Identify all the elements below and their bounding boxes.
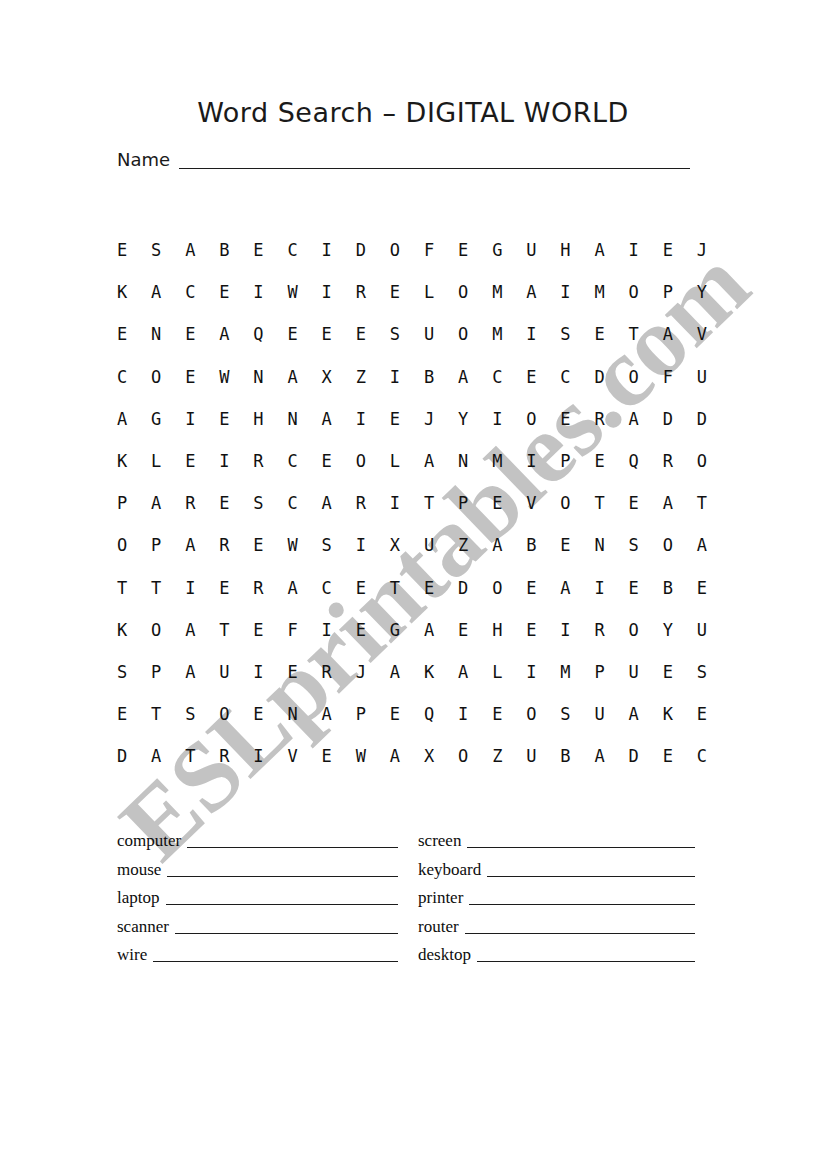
- grid-cell: E: [105, 313, 139, 355]
- grid-cell: O: [446, 735, 480, 777]
- grid-cell: K: [651, 693, 685, 735]
- grid-cell: U: [685, 356, 719, 398]
- grid-cell: T: [617, 313, 651, 355]
- grid-cell: D: [651, 398, 685, 440]
- grid-cell: I: [548, 271, 582, 313]
- name-blank-line: [179, 168, 690, 169]
- grid-cell: E: [378, 271, 412, 313]
- grid-cell: O: [105, 524, 139, 566]
- grid-cell: T: [583, 482, 617, 524]
- grid-cell: Y: [446, 398, 480, 440]
- grid-cell: P: [105, 482, 139, 524]
- grid-cell: E: [344, 313, 378, 355]
- grid-cell: O: [685, 440, 719, 482]
- grid-cell: P: [139, 651, 173, 693]
- grid-cell: I: [548, 609, 582, 651]
- grid-cell: A: [310, 693, 344, 735]
- grid-cell: B: [412, 356, 446, 398]
- grid-cell: V: [276, 735, 310, 777]
- grid-cell: S: [548, 693, 582, 735]
- grid-cell: I: [207, 440, 241, 482]
- grid-cell: X: [412, 735, 446, 777]
- word-item: router: [418, 909, 695, 937]
- grid-cell: E: [548, 524, 582, 566]
- answer-blank-line: [467, 847, 695, 848]
- grid-cell: X: [310, 356, 344, 398]
- grid-cell: J: [344, 651, 378, 693]
- answer-blank-line: [175, 933, 398, 934]
- grid-cell: C: [276, 229, 310, 271]
- word-list-right-column: screenkeyboardprinterrouterdesktop: [418, 824, 695, 966]
- page-title: Word Search – DIGITAL WORLD: [0, 97, 826, 128]
- grid-cell: N: [241, 356, 275, 398]
- grid-cell: Z: [446, 524, 480, 566]
- grid-cell: D: [583, 356, 617, 398]
- grid-cell: I: [446, 693, 480, 735]
- grid-cell: T: [173, 735, 207, 777]
- grid-cell: E: [241, 693, 275, 735]
- grid-cell: E: [651, 651, 685, 693]
- grid-cell: R: [310, 651, 344, 693]
- grid-cell: Y: [685, 271, 719, 313]
- grid-cell: F: [412, 229, 446, 271]
- grid-cell: X: [378, 524, 412, 566]
- grid-cell: U: [207, 651, 241, 693]
- grid-cell: A: [105, 398, 139, 440]
- grid-cell: D: [105, 735, 139, 777]
- grid-cell: D: [446, 567, 480, 609]
- grid-cell: Q: [617, 440, 651, 482]
- grid-cell: W: [276, 271, 310, 313]
- grid-cell: O: [548, 482, 582, 524]
- grid-cell: A: [139, 271, 173, 313]
- grid-cell: I: [514, 651, 548, 693]
- word-label: router: [418, 916, 459, 938]
- grid-cell: I: [310, 271, 344, 313]
- grid-cell: U: [617, 651, 651, 693]
- answer-blank-line: [465, 933, 695, 934]
- grid-cell: F: [651, 356, 685, 398]
- grid-cell: E: [548, 398, 582, 440]
- grid-cell: T: [378, 567, 412, 609]
- grid-cell: E: [241, 229, 275, 271]
- grid-cell: A: [173, 651, 207, 693]
- grid-cell: I: [310, 609, 344, 651]
- grid-cell: A: [310, 398, 344, 440]
- grid-cell: A: [617, 398, 651, 440]
- grid-cell: R: [344, 482, 378, 524]
- word-label: wire: [117, 944, 147, 966]
- grid-cell: M: [480, 313, 514, 355]
- grid-cell: I: [514, 313, 548, 355]
- grid-cell: A: [207, 313, 241, 355]
- grid-cell: C: [480, 356, 514, 398]
- grid-cell: E: [651, 229, 685, 271]
- grid-cell: E: [412, 567, 446, 609]
- word-label: laptop: [117, 887, 160, 909]
- grid-cell: E: [207, 271, 241, 313]
- grid-cell: E: [310, 313, 344, 355]
- grid-cell: L: [412, 271, 446, 313]
- grid-cell: I: [514, 440, 548, 482]
- grid-cell: R: [241, 567, 275, 609]
- grid-cell: H: [480, 609, 514, 651]
- grid-cell: A: [446, 356, 480, 398]
- grid-cell: S: [139, 229, 173, 271]
- grid-cell: N: [583, 524, 617, 566]
- word-item: desktop: [418, 938, 695, 966]
- grid-cell: D: [685, 398, 719, 440]
- grid-cell: E: [241, 524, 275, 566]
- grid-cell: I: [173, 398, 207, 440]
- grid-cell: V: [685, 313, 719, 355]
- grid-cell: P: [583, 651, 617, 693]
- grid-cell: G: [139, 398, 173, 440]
- word-item: mouse: [117, 852, 398, 880]
- grid-cell: Q: [241, 313, 275, 355]
- grid-cell: E: [105, 229, 139, 271]
- word-item: printer: [418, 881, 695, 909]
- name-label: Name: [117, 148, 170, 172]
- grid-cell: I: [617, 229, 651, 271]
- grid-cell: E: [480, 482, 514, 524]
- grid-cell: O: [617, 271, 651, 313]
- grid-cell: J: [412, 398, 446, 440]
- grid-cell: I: [173, 567, 207, 609]
- word-label: desktop: [418, 944, 471, 966]
- grid-cell: T: [412, 482, 446, 524]
- grid-cell: Q: [412, 693, 446, 735]
- grid-cell: W: [276, 524, 310, 566]
- grid-cell: A: [310, 482, 344, 524]
- grid-cell: O: [139, 609, 173, 651]
- grid-cell: A: [173, 609, 207, 651]
- grid-cell: I: [480, 398, 514, 440]
- grid-cell: A: [480, 524, 514, 566]
- grid-cell: B: [651, 567, 685, 609]
- grid-cell: E: [378, 693, 412, 735]
- grid-cell: E: [241, 609, 275, 651]
- grid-cell: O: [207, 693, 241, 735]
- grid-cell: L: [139, 440, 173, 482]
- grid-cell: P: [548, 440, 582, 482]
- grid-cell: O: [617, 609, 651, 651]
- grid-cell: A: [651, 313, 685, 355]
- grid-cell: M: [548, 651, 582, 693]
- grid-cell: S: [685, 651, 719, 693]
- grid-cell: O: [378, 229, 412, 271]
- grid-cell: E: [378, 398, 412, 440]
- answer-blank-line: [469, 904, 695, 905]
- grid-cell: T: [207, 609, 241, 651]
- grid-cell: R: [173, 482, 207, 524]
- grid-cell: A: [583, 229, 617, 271]
- grid-cell: E: [173, 356, 207, 398]
- grid-cell: A: [514, 271, 548, 313]
- grid-cell: H: [548, 229, 582, 271]
- grid-cell: A: [378, 651, 412, 693]
- grid-cell: K: [105, 440, 139, 482]
- grid-cell: N: [446, 440, 480, 482]
- grid-cell: A: [173, 229, 207, 271]
- answer-blank-line: [187, 847, 398, 848]
- grid-cell: E: [207, 398, 241, 440]
- grid-cell: M: [480, 271, 514, 313]
- grid-cell: E: [207, 567, 241, 609]
- grid-cell: P: [139, 524, 173, 566]
- grid-cell: B: [514, 524, 548, 566]
- answer-blank-line: [166, 904, 399, 905]
- grid-cell: E: [446, 229, 480, 271]
- grid-cell: E: [310, 440, 344, 482]
- grid-cell: J: [685, 229, 719, 271]
- grid-cell: K: [105, 271, 139, 313]
- grid-cell: A: [412, 440, 446, 482]
- word-label: mouse: [117, 859, 161, 881]
- grid-cell: E: [105, 693, 139, 735]
- grid-cell: N: [276, 398, 310, 440]
- word-item: computer: [117, 824, 398, 852]
- grid-cell: K: [412, 651, 446, 693]
- word-label: printer: [418, 887, 463, 909]
- grid-cell: Y: [651, 609, 685, 651]
- grid-cell: I: [378, 356, 412, 398]
- grid-cell: N: [276, 693, 310, 735]
- grid-cell: P: [344, 693, 378, 735]
- grid-cell: E: [685, 567, 719, 609]
- grid-cell: C: [310, 567, 344, 609]
- word-item: screen: [418, 824, 695, 852]
- answer-blank-line: [167, 876, 398, 877]
- grid-cell: A: [617, 693, 651, 735]
- grid-cell: E: [344, 609, 378, 651]
- grid-cell: H: [241, 398, 275, 440]
- grid-cell: E: [651, 735, 685, 777]
- grid-cell: W: [207, 356, 241, 398]
- name-row: Name: [117, 146, 690, 172]
- grid-cell: C: [276, 440, 310, 482]
- grid-cell: I: [378, 482, 412, 524]
- word-label: screen: [418, 830, 461, 852]
- grid-cell: R: [344, 271, 378, 313]
- grid-cell: E: [685, 693, 719, 735]
- grid-cell: E: [344, 567, 378, 609]
- grid-cell: A: [276, 356, 310, 398]
- grid-cell: S: [310, 524, 344, 566]
- answer-blank-line: [153, 961, 398, 962]
- grid-cell: I: [344, 398, 378, 440]
- grid-cell: C: [685, 735, 719, 777]
- grid-cell: S: [617, 524, 651, 566]
- grid-cell: R: [241, 440, 275, 482]
- grid-cell: O: [480, 567, 514, 609]
- grid-cell: O: [446, 313, 480, 355]
- grid-cell: A: [173, 524, 207, 566]
- grid-cell: L: [378, 440, 412, 482]
- grid-cell: T: [105, 567, 139, 609]
- word-list-left-column: computermouselaptopscannerwire: [117, 824, 398, 966]
- grid-cell: P: [446, 482, 480, 524]
- grid-cell: E: [583, 440, 617, 482]
- grid-cell: Z: [344, 356, 378, 398]
- grid-cell: R: [207, 735, 241, 777]
- grid-cell: P: [651, 271, 685, 313]
- grid-cell: S: [241, 482, 275, 524]
- grid-cell: D: [617, 735, 651, 777]
- grid-cell: G: [378, 609, 412, 651]
- grid-cell: E: [276, 651, 310, 693]
- grid-cell: S: [173, 693, 207, 735]
- grid-cell: O: [651, 524, 685, 566]
- grid-cell: O: [139, 356, 173, 398]
- grid-cell: W: [344, 735, 378, 777]
- grid-cell: I: [310, 229, 344, 271]
- grid-cell: I: [241, 735, 275, 777]
- grid-cell: S: [105, 651, 139, 693]
- word-search-grid: ESABECIDOFEGUHAIEJKACEIWIRELOMAIMOPYENEA…: [105, 229, 719, 777]
- grid-cell: C: [548, 356, 582, 398]
- grid-cell: T: [139, 693, 173, 735]
- grid-cell: C: [105, 356, 139, 398]
- grid-cell: T: [139, 567, 173, 609]
- grid-cell: F: [276, 609, 310, 651]
- answer-blank-line: [477, 961, 695, 962]
- word-item: scanner: [117, 909, 398, 937]
- grid-cell: E: [514, 609, 548, 651]
- answer-blank-line: [487, 876, 695, 877]
- grid-cell: A: [139, 482, 173, 524]
- word-label: computer: [117, 830, 181, 852]
- grid-cell: C: [173, 271, 207, 313]
- grid-cell: U: [412, 524, 446, 566]
- grid-cell: R: [207, 524, 241, 566]
- grid-cell: I: [583, 567, 617, 609]
- grid-cell: E: [514, 356, 548, 398]
- grid-cell: Z: [480, 735, 514, 777]
- grid-cell: T: [685, 482, 719, 524]
- grid-cell: A: [685, 524, 719, 566]
- grid-cell: E: [617, 567, 651, 609]
- grid-cell: E: [310, 735, 344, 777]
- grid-cell: E: [173, 313, 207, 355]
- grid-cell: A: [378, 735, 412, 777]
- grid-cell: N: [139, 313, 173, 355]
- grid-cell: O: [446, 271, 480, 313]
- word-label: scanner: [117, 916, 169, 938]
- grid-cell: A: [583, 735, 617, 777]
- grid-cell: I: [241, 651, 275, 693]
- grid-cell: A: [651, 482, 685, 524]
- grid-cell: G: [480, 229, 514, 271]
- grid-cell: I: [241, 271, 275, 313]
- grid-cell: S: [378, 313, 412, 355]
- grid-cell: A: [276, 567, 310, 609]
- grid-cell: E: [480, 693, 514, 735]
- grid-cell: E: [514, 567, 548, 609]
- grid-cell: U: [583, 693, 617, 735]
- grid-cell: D: [344, 229, 378, 271]
- word-item: wire: [117, 938, 398, 966]
- grid-cell: A: [139, 735, 173, 777]
- grid-cell: M: [480, 440, 514, 482]
- grid-cell: O: [514, 693, 548, 735]
- grid-cell: E: [583, 313, 617, 355]
- grid-cell: R: [651, 440, 685, 482]
- grid-cell: I: [344, 524, 378, 566]
- grid-cell: E: [173, 440, 207, 482]
- grid-cell: R: [583, 398, 617, 440]
- grid-cell: A: [412, 609, 446, 651]
- word-item: laptop: [117, 881, 398, 909]
- grid-cell: C: [276, 482, 310, 524]
- grid-cell: U: [514, 229, 548, 271]
- grid-cell: B: [548, 735, 582, 777]
- grid-cell: E: [617, 482, 651, 524]
- grid-cell: E: [446, 609, 480, 651]
- word-label: keyboard: [418, 859, 481, 881]
- grid-cell: K: [105, 609, 139, 651]
- grid-cell: R: [583, 609, 617, 651]
- grid-cell: E: [207, 482, 241, 524]
- grid-cell: S: [548, 313, 582, 355]
- word-item: keyboard: [418, 852, 695, 880]
- grid-cell: E: [276, 313, 310, 355]
- grid-cell: O: [344, 440, 378, 482]
- grid-cell: V: [514, 482, 548, 524]
- grid-cell: B: [207, 229, 241, 271]
- grid-cell: A: [446, 651, 480, 693]
- grid-cell: O: [514, 398, 548, 440]
- grid-cell: O: [617, 356, 651, 398]
- grid-cell: U: [412, 313, 446, 355]
- grid-cell: A: [548, 567, 582, 609]
- grid-cell: M: [583, 271, 617, 313]
- grid-cell: U: [685, 609, 719, 651]
- grid-cell: L: [480, 651, 514, 693]
- grid-cell: U: [514, 735, 548, 777]
